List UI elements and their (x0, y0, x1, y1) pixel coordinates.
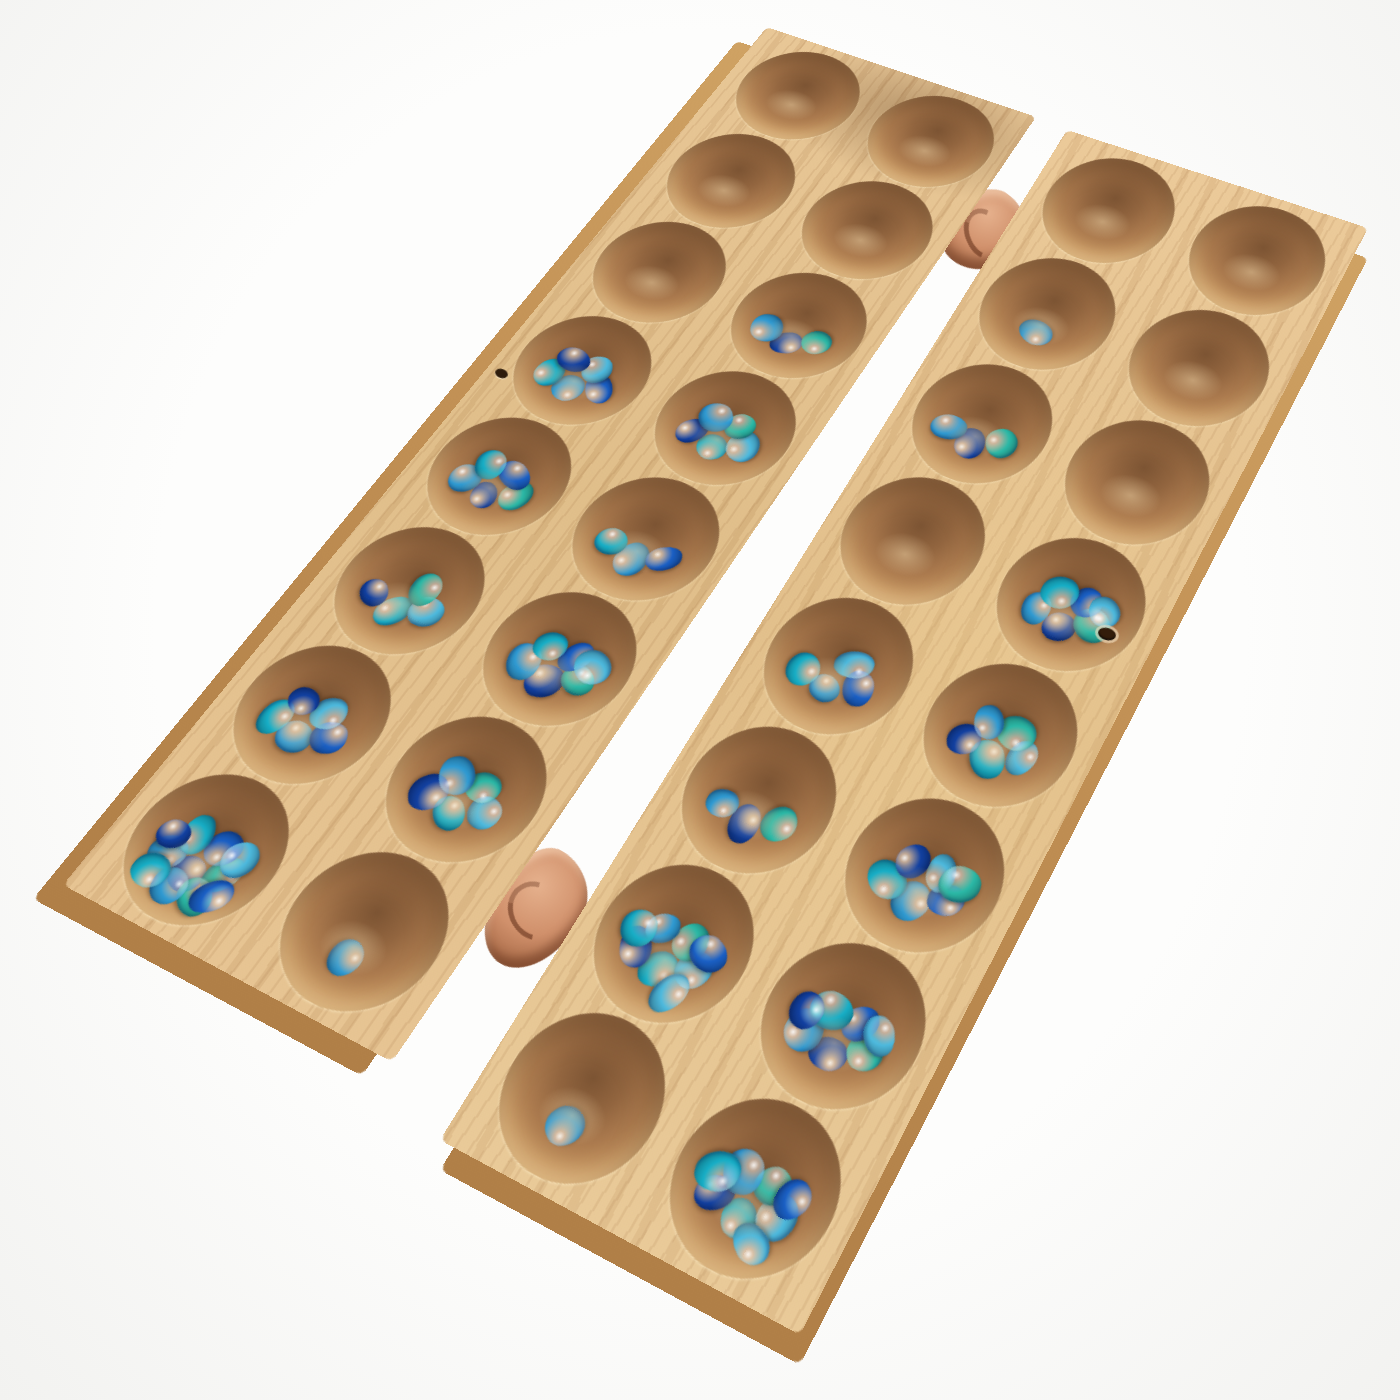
seed-bead (882, 873, 938, 927)
seed-bead (469, 448, 511, 481)
seed-bead (438, 752, 476, 798)
seed-bead (692, 429, 732, 463)
seed-bead (695, 399, 736, 435)
seed-bead (1037, 608, 1079, 644)
seed-bead (545, 370, 591, 405)
seed-bead (802, 1030, 853, 1076)
seed-bead (467, 481, 501, 508)
seed-bead (998, 736, 1045, 781)
seed-bead (747, 313, 785, 342)
seed-bead (756, 801, 802, 846)
seed-bead (492, 476, 540, 515)
seed-bead (282, 681, 325, 720)
seed-bead (950, 426, 990, 461)
seed-bead (779, 647, 827, 692)
seed-bead (551, 342, 596, 377)
seed-bead (1013, 314, 1058, 351)
seed-bead (268, 714, 320, 760)
seed-bead (946, 721, 982, 755)
seed-bead (974, 704, 1004, 740)
seed-bead (700, 784, 744, 822)
seed-bead (862, 1013, 898, 1060)
seed-bead (637, 949, 677, 989)
seed-bead (804, 668, 846, 708)
seed-bead (796, 326, 838, 359)
seed-bead (605, 537, 657, 581)
seed-bead (1034, 570, 1084, 613)
seed-bead (444, 463, 486, 494)
seed-bead (519, 662, 567, 699)
seed-bead (768, 332, 803, 353)
seed-bead (319, 932, 371, 982)
seed-bead (539, 1098, 591, 1154)
seed-bead (839, 669, 877, 707)
seed-bead (188, 875, 235, 916)
seed-bead (721, 800, 768, 847)
seed-bead (358, 575, 391, 609)
seed-bead (588, 522, 633, 560)
seed-bead (889, 838, 936, 883)
seed-bead (720, 1196, 758, 1240)
seed-bead (401, 592, 450, 631)
seed-bead (720, 428, 766, 466)
seed-bead (727, 1215, 776, 1273)
seed-bead (926, 411, 971, 443)
seed-bead (528, 628, 572, 662)
seed-bead (307, 720, 349, 755)
seed-bead (370, 592, 416, 630)
scene (0, 0, 1400, 1400)
seed-bead (967, 736, 1007, 781)
seed-bead (430, 791, 468, 835)
seed-bead (980, 423, 1024, 462)
seed-bead (645, 545, 683, 573)
seed-bead (642, 966, 696, 1018)
seed-bead (460, 792, 509, 835)
